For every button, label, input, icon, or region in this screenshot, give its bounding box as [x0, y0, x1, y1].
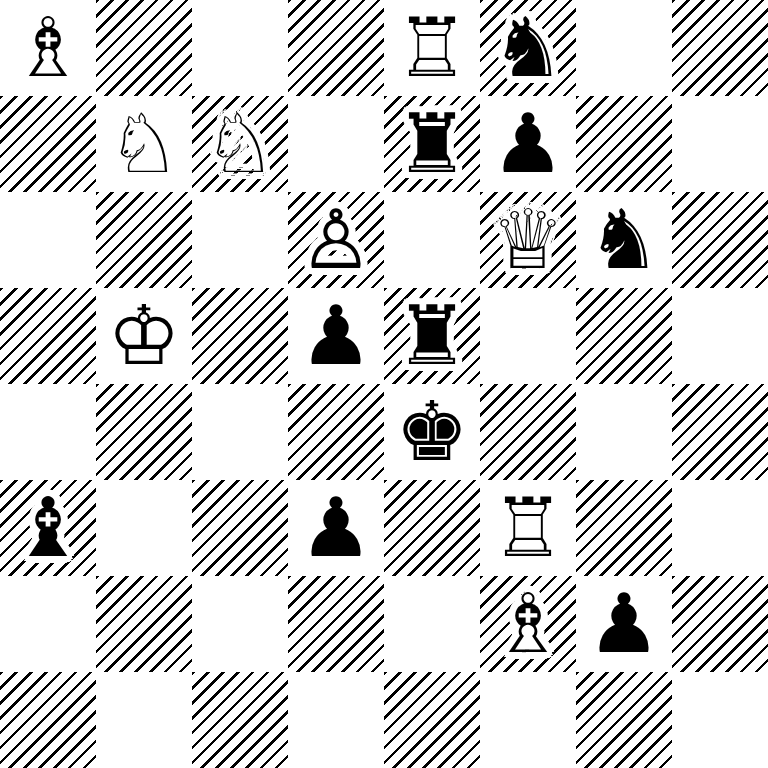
square-d7[interactable] — [288, 96, 384, 192]
square-d1[interactable] — [288, 672, 384, 768]
square-d3[interactable]: ♟ — [288, 480, 384, 576]
square-h1[interactable] — [672, 672, 768, 768]
square-h4[interactable] — [672, 384, 768, 480]
square-e8[interactable]: ♖ — [384, 0, 480, 96]
square-c7[interactable]: ♘ — [192, 96, 288, 192]
piece-white-rook: ♖ — [491, 480, 565, 576]
square-f7[interactable]: ♟ — [480, 96, 576, 192]
square-g2[interactable]: ♟ — [576, 576, 672, 672]
piece-white-knight: ♘ — [107, 96, 181, 192]
piece-white-bishop: ♗ — [11, 0, 85, 96]
square-h8[interactable] — [672, 0, 768, 96]
square-c6[interactable] — [192, 192, 288, 288]
square-f6[interactable]: ♕ — [480, 192, 576, 288]
square-e2[interactable] — [384, 576, 480, 672]
piece-white-rook: ♖ — [395, 0, 469, 96]
square-f4[interactable] — [480, 384, 576, 480]
square-e6[interactable] — [384, 192, 480, 288]
square-b1[interactable] — [96, 672, 192, 768]
square-c3[interactable] — [192, 480, 288, 576]
square-b3[interactable] — [96, 480, 192, 576]
square-h5[interactable] — [672, 288, 768, 384]
square-g1[interactable] — [576, 672, 672, 768]
square-h6[interactable] — [672, 192, 768, 288]
square-e5[interactable]: ♜ — [384, 288, 480, 384]
piece-white-pawn: ♙ — [299, 192, 373, 288]
square-a1[interactable] — [0, 672, 96, 768]
square-g8[interactable] — [576, 0, 672, 96]
square-c2[interactable] — [192, 576, 288, 672]
piece-white-knight: ♘ — [203, 96, 277, 192]
square-f5[interactable] — [480, 288, 576, 384]
square-g4[interactable] — [576, 384, 672, 480]
square-g5[interactable] — [576, 288, 672, 384]
square-h7[interactable] — [672, 96, 768, 192]
square-c5[interactable] — [192, 288, 288, 384]
square-a4[interactable] — [0, 384, 96, 480]
square-c4[interactable] — [192, 384, 288, 480]
square-a8[interactable]: ♗ — [0, 0, 96, 96]
square-g3[interactable] — [576, 480, 672, 576]
square-b7[interactable]: ♘ — [96, 96, 192, 192]
piece-black-king: ♚ — [395, 384, 469, 480]
square-d8[interactable] — [288, 0, 384, 96]
square-a7[interactable] — [0, 96, 96, 192]
square-f2[interactable]: ♗ — [480, 576, 576, 672]
piece-white-king: ♔ — [107, 288, 181, 384]
square-g7[interactable] — [576, 96, 672, 192]
piece-black-pawn: ♟ — [587, 576, 661, 672]
square-d6[interactable]: ♙ — [288, 192, 384, 288]
chess-board: ♗♖♞♘♘♜♟♙♕♞♔♟♜♚♝♟♖♗♟ — [0, 0, 768, 768]
square-a3[interactable]: ♝ — [0, 480, 96, 576]
piece-black-pawn: ♟ — [299, 480, 373, 576]
square-a5[interactable] — [0, 288, 96, 384]
square-h3[interactable] — [672, 480, 768, 576]
square-a2[interactable] — [0, 576, 96, 672]
square-b5[interactable]: ♔ — [96, 288, 192, 384]
square-f1[interactable] — [480, 672, 576, 768]
piece-black-knight: ♞ — [587, 192, 661, 288]
piece-black-bishop: ♝ — [11, 480, 85, 576]
square-a6[interactable] — [0, 192, 96, 288]
piece-white-bishop: ♗ — [491, 576, 565, 672]
square-e4[interactable]: ♚ — [384, 384, 480, 480]
piece-black-pawn: ♟ — [491, 96, 565, 192]
piece-black-rook: ♜ — [395, 288, 469, 384]
square-h2[interactable] — [672, 576, 768, 672]
square-c1[interactable] — [192, 672, 288, 768]
piece-white-queen: ♕ — [491, 192, 565, 288]
piece-black-knight: ♞ — [491, 0, 565, 96]
square-d4[interactable] — [288, 384, 384, 480]
piece-black-rook: ♜ — [395, 96, 469, 192]
square-b6[interactable] — [96, 192, 192, 288]
square-e3[interactable] — [384, 480, 480, 576]
square-b8[interactable] — [96, 0, 192, 96]
square-f3[interactable]: ♖ — [480, 480, 576, 576]
piece-black-pawn: ♟ — [299, 288, 373, 384]
square-f8[interactable]: ♞ — [480, 0, 576, 96]
square-c8[interactable] — [192, 0, 288, 96]
square-g6[interactable]: ♞ — [576, 192, 672, 288]
square-b2[interactable] — [96, 576, 192, 672]
square-e7[interactable]: ♜ — [384, 96, 480, 192]
square-b4[interactable] — [96, 384, 192, 480]
square-d5[interactable]: ♟ — [288, 288, 384, 384]
square-d2[interactable] — [288, 576, 384, 672]
square-e1[interactable] — [384, 672, 480, 768]
